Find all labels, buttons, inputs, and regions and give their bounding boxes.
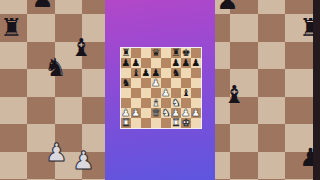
white-pawn-e4: ♟ <box>161 88 171 98</box>
white-pawn-d5: ♟ <box>151 78 161 88</box>
black-bishop-b6: ♝ <box>131 68 141 78</box>
left-background-board: ♜♟♝♞♟♟ <box>0 0 105 180</box>
black-queen-d8: ♛ <box>151 48 161 58</box>
black-pawn-h7: ♟ <box>191 58 201 68</box>
white-pawn-b2: ♟ <box>131 108 141 118</box>
strip-dim-overlay <box>215 0 320 180</box>
chess-piece-layer: ♜♛♜♚♟♟♟♟♟♝♟♟♞♞♟♟♝♝♞♟♟♛♞♟♟♟♜♜♚ <box>121 48 201 128</box>
black-pawn-a7: ♟ <box>121 58 131 68</box>
white-queen-d2: ♛ <box>151 108 161 118</box>
black-pawn-g7: ♟ <box>181 58 191 68</box>
white-king-g1: ♚ <box>181 118 191 128</box>
chess-board: ♜♛♜♚♟♟♟♟♟♝♟♟♞♞♟♟♝♝♞♟♟♛♞♟♟♟♜♜♚ <box>120 47 202 129</box>
white-pawn-h2: ♟ <box>191 108 201 118</box>
black-knight-a5: ♞ <box>121 78 131 88</box>
black-bishop-g4: ♝ <box>181 88 191 98</box>
strip-dim-overlay <box>0 0 105 180</box>
video-frame: ♜♟♝♞♟♟ ♟♜♝♟ ♜♛♜♚♟♟♟♟♟♝♟♟♞♞♟♟♝♝♞♟♟♛♞♟♟♟♜♜… <box>0 0 320 180</box>
black-knight-f6: ♞ <box>171 68 181 78</box>
black-pawn-c6: ♟ <box>141 68 151 78</box>
white-rook-f1: ♜ <box>171 118 181 128</box>
white-knight-e2: ♞ <box>161 108 171 118</box>
white-rook-a1: ♜ <box>121 118 131 128</box>
right-background-board: ♟♜♝♟ <box>215 0 320 180</box>
